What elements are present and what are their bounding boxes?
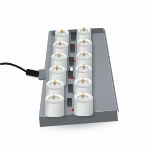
- candle-wick-led: [59, 41, 61, 46]
- candle-wick-led: [83, 52, 85, 57]
- candle: [45, 94, 64, 117]
- candle: [74, 93, 93, 116]
- candles-layer: [0, 0, 150, 150]
- candle-wick-led: [57, 53, 59, 58]
- scene: [0, 0, 150, 150]
- candle-wick-led: [83, 39, 85, 44]
